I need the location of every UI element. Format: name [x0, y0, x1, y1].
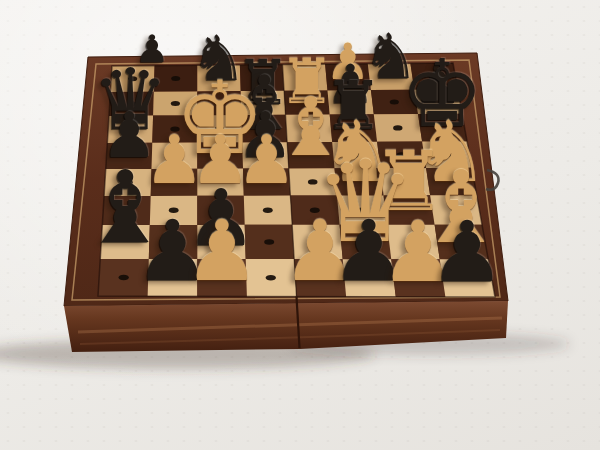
- peg-hole-a1: [119, 275, 129, 281]
- piece-white-pawn-c1[interactable]: ♟: [184, 209, 259, 293]
- peg-hole-d3: [263, 208, 273, 213]
- peg-hole-d1: [266, 275, 276, 281]
- peg-hole-d2: [264, 239, 274, 245]
- piece-black-pawn-h1[interactable]: ♟: [429, 210, 504, 294]
- photo-scene: ♞♟♞♜♜♟♟♛♝♜♚♟♚♟♝♟♟♟♞♞♜♝♟♛♝♟♟♟♟♟♟♟: [0, 0, 600, 450]
